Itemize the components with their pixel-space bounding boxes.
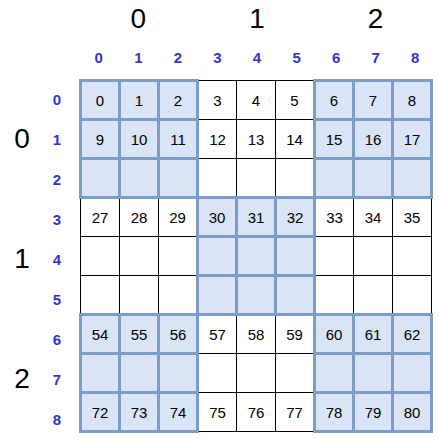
cell-r0c7: 7: [354, 81, 393, 120]
board-row-4: [81, 237, 432, 276]
cell-r4c4: [237, 237, 276, 276]
cell-r8c4: 76: [237, 393, 276, 432]
cell-r4c0: [81, 237, 120, 276]
cell-r4c8: [393, 237, 432, 276]
cell-r4c3: [198, 237, 237, 276]
cell-r6c5: 59: [276, 315, 315, 354]
cell-r3c4: 31: [237, 198, 276, 237]
cell-r6c4: 58: [237, 315, 276, 354]
cell-r2c4: [237, 159, 276, 198]
cell-r7c1: [120, 354, 159, 393]
col-label-0: 0: [79, 46, 119, 68]
top-block-labels: 0 1 2: [79, 1, 435, 37]
cell-r3c2: 29: [159, 198, 198, 237]
cell-r0c8: 8: [393, 81, 432, 120]
cell-r0c0: 0: [81, 81, 120, 120]
cell-r7c2: [159, 354, 198, 393]
cell-r6c6: 60: [315, 315, 354, 354]
row-label-1: 1: [49, 119, 65, 159]
cell-r4c1: [120, 237, 159, 276]
row-label-4: 4: [49, 239, 65, 279]
cell-r2c0: [81, 159, 120, 198]
cell-r1c3: 12: [198, 120, 237, 159]
left-row-labels: 0 1 2 3 4 5 6 7 8: [49, 79, 65, 439]
cell-r1c6: 15: [315, 120, 354, 159]
cell-r8c6: 78: [315, 393, 354, 432]
cell-r5c0: [81, 276, 120, 315]
cell-r2c7: [354, 159, 393, 198]
cell-r3c0: 27: [81, 198, 120, 237]
cell-r5c8: [393, 276, 432, 315]
col-label-7: 7: [356, 46, 396, 68]
board-row-7: [81, 354, 432, 393]
cell-r5c7: [354, 276, 393, 315]
cell-r2c1: [120, 159, 159, 198]
col-label-8: 8: [395, 46, 435, 68]
cell-r0c4: 4: [237, 81, 276, 120]
board-row-3: 272829303132333435: [81, 198, 432, 237]
block-row-label-1: 1: [8, 199, 36, 319]
cell-r3c5: 32: [276, 198, 315, 237]
board-row-1: 91011121314151617: [81, 120, 432, 159]
board-body: 0123456789101112131415161727282930313233…: [81, 81, 432, 432]
block-row-label-2: 2: [8, 319, 36, 439]
cell-r2c6: [315, 159, 354, 198]
cell-r6c1: 55: [120, 315, 159, 354]
cell-r7c0: [81, 354, 120, 393]
cell-r2c5: [276, 159, 315, 198]
cell-r1c7: 16: [354, 120, 393, 159]
cell-r6c8: 62: [393, 315, 432, 354]
cell-r1c4: 13: [237, 120, 276, 159]
cell-r8c2: 74: [159, 393, 198, 432]
cell-r6c0: 54: [81, 315, 120, 354]
board-grid: 0123456789101112131415161727282930313233…: [79, 79, 433, 433]
cell-r8c7: 79: [354, 393, 393, 432]
cell-r2c8: [393, 159, 432, 198]
row-label-6: 6: [49, 319, 65, 359]
cell-r5c6: [315, 276, 354, 315]
block-col-label-2: 2: [316, 1, 435, 37]
cell-r0c1: 1: [120, 81, 159, 120]
cell-r5c1: [120, 276, 159, 315]
cell-r0c2: 2: [159, 81, 198, 120]
cell-r0c6: 6: [315, 81, 354, 120]
block-col-label-0: 0: [79, 1, 198, 37]
board-row-2: [81, 159, 432, 198]
cell-r4c2: [159, 237, 198, 276]
cell-r6c2: 56: [159, 315, 198, 354]
cell-r4c5: [276, 237, 315, 276]
cell-r7c3: [198, 354, 237, 393]
cell-r6c7: 61: [354, 315, 393, 354]
cell-r3c8: 35: [393, 198, 432, 237]
cell-r1c8: 17: [393, 120, 432, 159]
col-label-1: 1: [119, 46, 159, 68]
cell-r7c5: [276, 354, 315, 393]
cell-r1c5: 14: [276, 120, 315, 159]
cell-r0c5: 5: [276, 81, 315, 120]
row-label-2: 2: [49, 159, 65, 199]
cell-r7c6: [315, 354, 354, 393]
cell-r5c3: [198, 276, 237, 315]
board-row-6: 545556575859606162: [81, 315, 432, 354]
board-row-8: 727374757677787980: [81, 393, 432, 432]
cell-r1c1: 10: [120, 120, 159, 159]
cell-r5c5: [276, 276, 315, 315]
cell-r8c0: 72: [81, 393, 120, 432]
col-label-2: 2: [158, 46, 198, 68]
cell-r4c6: [315, 237, 354, 276]
cell-r3c7: 34: [354, 198, 393, 237]
cell-r5c4: [237, 276, 276, 315]
block-col-label-1: 1: [198, 1, 317, 37]
cell-r7c7: [354, 354, 393, 393]
cell-r1c0: 9: [81, 120, 120, 159]
cell-r4c7: [354, 237, 393, 276]
left-block-labels: 0 1 2: [8, 79, 36, 439]
col-label-5: 5: [277, 46, 317, 68]
grid-index-diagram: 0 1 2 0 1 2 3 4 5 6 7 8 0 1 2 0 1 2 3 4 …: [0, 0, 442, 442]
top-col-labels: 0 1 2 3 4 5 6 7 8: [79, 46, 435, 68]
cell-r8c1: 73: [120, 393, 159, 432]
board-row-5: [81, 276, 432, 315]
col-label-6: 6: [316, 46, 356, 68]
row-label-3: 3: [49, 199, 65, 239]
row-label-8: 8: [49, 399, 65, 439]
cell-r1c2: 11: [159, 120, 198, 159]
board-row-0: 012345678: [81, 81, 432, 120]
cell-r5c2: [159, 276, 198, 315]
cell-r0c3: 3: [198, 81, 237, 120]
cell-r2c2: [159, 159, 198, 198]
row-label-7: 7: [49, 359, 65, 399]
cell-r8c5: 77: [276, 393, 315, 432]
cell-r6c3: 57: [198, 315, 237, 354]
cell-r3c3: 30: [198, 198, 237, 237]
block-row-label-0: 0: [8, 79, 36, 199]
cell-r3c6: 33: [315, 198, 354, 237]
cell-r7c8: [393, 354, 432, 393]
row-label-0: 0: [49, 79, 65, 119]
cell-r7c4: [237, 354, 276, 393]
cell-r3c1: 28: [120, 198, 159, 237]
cell-r8c8: 80: [393, 393, 432, 432]
col-label-3: 3: [198, 46, 238, 68]
cell-r8c3: 75: [198, 393, 237, 432]
row-label-5: 5: [49, 279, 65, 319]
cell-r2c3: [198, 159, 237, 198]
col-label-4: 4: [237, 46, 277, 68]
